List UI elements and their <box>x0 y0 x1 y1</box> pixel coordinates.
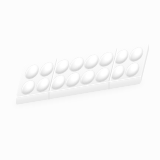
cavity-cell-r1c8 <box>127 45 145 62</box>
egg-cavity <box>124 62 141 78</box>
panel-seam-left-front <box>48 92 49 99</box>
egg-cavity <box>128 46 145 62</box>
panel-seam-right-front <box>108 82 109 89</box>
product-photo <box>0 0 160 160</box>
